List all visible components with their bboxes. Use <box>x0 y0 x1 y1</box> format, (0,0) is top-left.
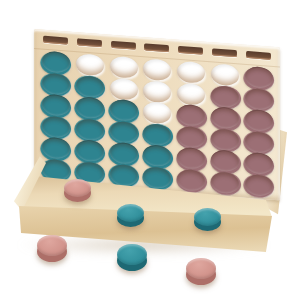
loose-pink-disc-table-4[interactable] <box>37 235 67 262</box>
disc-top <box>64 179 91 197</box>
disc-top <box>117 204 144 222</box>
loose-discs <box>0 0 300 300</box>
disc-top <box>186 258 216 279</box>
loose-teal-disc-tray-2[interactable] <box>117 204 144 227</box>
scene: ●●●●●●●●●●●●●●●●●●●●●●●●●●●●●●●●● <box>0 0 300 300</box>
loose-teal-disc-tray-3[interactable] <box>194 208 221 231</box>
disc-top <box>37 235 67 256</box>
disc-top <box>194 208 221 226</box>
loose-pink-disc-tray-1[interactable] <box>64 179 91 202</box>
loose-pink-disc-table-6[interactable] <box>186 258 216 285</box>
loose-teal-disc-table-5[interactable] <box>117 244 147 271</box>
disc-top <box>117 244 147 265</box>
